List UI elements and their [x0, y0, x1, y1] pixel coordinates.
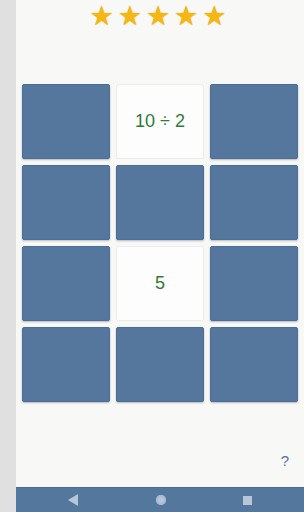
card-face-down-r4c2[interactable] — [116, 327, 204, 402]
card-face-down-r2c3[interactable] — [210, 165, 298, 240]
card-revealed-expression[interactable]: 10 ÷ 2 — [116, 84, 204, 159]
recents-square-icon[interactable] — [243, 496, 252, 505]
score-stars: ★★★★★ — [16, 0, 304, 32]
card-face-down-r2c2[interactable] — [116, 165, 204, 240]
card-revealed-answer[interactable]: 5 — [116, 246, 204, 321]
card-face-down-r3c3[interactable] — [210, 246, 298, 321]
card-face-down-r1c3[interactable] — [210, 84, 298, 159]
app-screen: ★★★★★ 10 ÷ 2 5 ? — [16, 0, 304, 512]
card-face-down-r1c1[interactable] — [22, 84, 110, 159]
card-answer-text: 5 — [155, 273, 165, 294]
back-triangle-icon[interactable] — [68, 494, 78, 506]
android-nav-bar — [16, 487, 304, 512]
help-button[interactable]: ? — [276, 452, 294, 472]
card-face-down-r2c1[interactable] — [22, 165, 110, 240]
card-face-down-r4c1[interactable] — [22, 327, 110, 402]
card-face-down-r4c3[interactable] — [210, 327, 298, 402]
card-face-down-r3c1[interactable] — [22, 246, 110, 321]
memory-card-grid: 10 ÷ 2 5 — [22, 84, 298, 402]
card-expression-text: 10 ÷ 2 — [135, 111, 185, 132]
home-circle-icon[interactable] — [156, 495, 166, 505]
